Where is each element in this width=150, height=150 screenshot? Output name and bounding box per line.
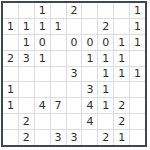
cell-r7c5[interactable] <box>67 98 82 113</box>
cell-r6c4[interactable] <box>51 82 66 97</box>
cell-r9c5[interactable]: 3 <box>67 130 82 145</box>
cell-r4c6[interactable]: 1 <box>82 51 97 66</box>
cell-r4c7[interactable]: 1 <box>98 51 113 66</box>
cell-r1c8[interactable] <box>114 3 129 18</box>
cell-r7c7[interactable]: 1 <box>98 98 113 113</box>
cell-r8c2[interactable]: 2 <box>19 114 34 129</box>
cell-r9c1[interactable] <box>3 130 18 145</box>
cell-r8c5[interactable] <box>67 114 82 129</box>
cell-r1c2[interactable] <box>19 3 34 18</box>
cell-r9c9[interactable] <box>130 130 145 145</box>
cell-r1c6[interactable] <box>82 3 97 18</box>
cell-r2c2[interactable]: 1 <box>19 19 34 34</box>
cell-r1c9[interactable]: 1 <box>130 3 145 18</box>
cell-r7c2[interactable] <box>19 98 34 113</box>
cell-r6c6[interactable]: 3 <box>82 82 97 97</box>
cell-r2c5[interactable] <box>67 19 82 34</box>
cell-r3c8[interactable]: 1 <box>114 35 129 50</box>
cell-r4c2[interactable]: 3 <box>19 51 34 66</box>
cell-r5c8[interactable]: 1 <box>114 67 129 82</box>
cell-r6c5[interactable] <box>67 82 82 97</box>
cell-r4c5[interactable] <box>67 51 82 66</box>
cell-r1c1[interactable] <box>3 3 18 18</box>
cell-r3c9[interactable]: 1 <box>130 35 145 50</box>
cell-r5c9[interactable]: 1 <box>130 67 145 82</box>
cell-r9c6[interactable] <box>82 130 97 145</box>
cell-r3c5[interactable]: 0 <box>67 35 82 50</box>
cell-r1c7[interactable] <box>98 3 113 18</box>
cell-r4c3[interactable]: 1 <box>35 51 50 66</box>
cell-r2c9[interactable]: 1 <box>130 19 145 34</box>
cell-r8c9[interactable] <box>130 114 145 129</box>
cell-r5c5[interactable]: 3 <box>67 67 82 82</box>
cell-r6c2[interactable] <box>19 82 34 97</box>
cell-r4c4[interactable] <box>51 51 66 66</box>
cell-r6c9[interactable] <box>130 82 145 97</box>
cell-r2c4[interactable]: 1 <box>51 19 66 34</box>
cell-r5c4[interactable] <box>51 67 66 82</box>
cell-r2c3[interactable]: 1 <box>35 19 50 34</box>
cell-r9c8[interactable]: 1 <box>114 130 129 145</box>
cell-r5c2[interactable] <box>19 67 34 82</box>
cell-r8c1[interactable] <box>3 114 18 129</box>
cell-r9c2[interactable]: 2 <box>19 130 34 145</box>
cell-r5c6[interactable] <box>82 67 97 82</box>
cell-r3c4[interactable] <box>51 35 66 50</box>
cell-r8c4[interactable] <box>51 114 66 129</box>
cell-r7c8[interactable]: 2 <box>114 98 129 113</box>
cell-r2c1[interactable]: 1 <box>3 19 18 34</box>
cell-r8c7[interactable] <box>98 114 113 129</box>
cell-r3c3[interactable]: 0 <box>35 35 50 50</box>
cell-r7c6[interactable]: 4 <box>82 98 97 113</box>
cell-r3c1[interactable] <box>3 35 18 50</box>
cell-r9c7[interactable]: 2 <box>98 130 113 145</box>
cell-r6c8[interactable] <box>114 82 129 97</box>
cell-r4c9[interactable] <box>130 51 145 66</box>
cell-r3c2[interactable]: 1 <box>19 35 34 50</box>
cell-r1c4[interactable] <box>51 3 66 18</box>
cell-r4c8[interactable]: 1 <box>114 51 129 66</box>
cell-r6c7[interactable]: 1 <box>98 82 113 97</box>
cell-r5c3[interactable] <box>35 67 50 82</box>
cell-r7c4[interactable]: 7 <box>51 98 66 113</box>
cell-r2c6[interactable] <box>82 19 97 34</box>
cell-r8c6[interactable]: 4 <box>82 114 97 129</box>
cell-r1c5[interactable]: 2 <box>67 3 82 18</box>
cell-r2c8[interactable] <box>114 19 129 34</box>
cell-r5c1[interactable] <box>3 67 18 82</box>
cell-r6c3[interactable] <box>35 82 50 97</box>
cell-r3c6[interactable]: 0 <box>82 35 97 50</box>
cell-r7c1[interactable]: 1 <box>3 98 18 113</box>
mosaic-board: 1211111211000011231111311113114741224223… <box>1 1 147 147</box>
cell-r2c7[interactable]: 2 <box>98 19 113 34</box>
cell-r8c3[interactable] <box>35 114 50 129</box>
cell-r4c1[interactable]: 2 <box>3 51 18 66</box>
cell-r1c3[interactable]: 1 <box>35 3 50 18</box>
cell-r8c8[interactable]: 2 <box>114 114 129 129</box>
cell-r3c7[interactable]: 0 <box>98 35 113 50</box>
cell-r9c4[interactable]: 3 <box>51 130 66 145</box>
cell-r9c3[interactable] <box>35 130 50 145</box>
cell-r7c9[interactable] <box>130 98 145 113</box>
cell-r6c1[interactable]: 1 <box>3 82 18 97</box>
cell-r5c7[interactable]: 1 <box>98 67 113 82</box>
cell-r7c3[interactable]: 4 <box>35 98 50 113</box>
